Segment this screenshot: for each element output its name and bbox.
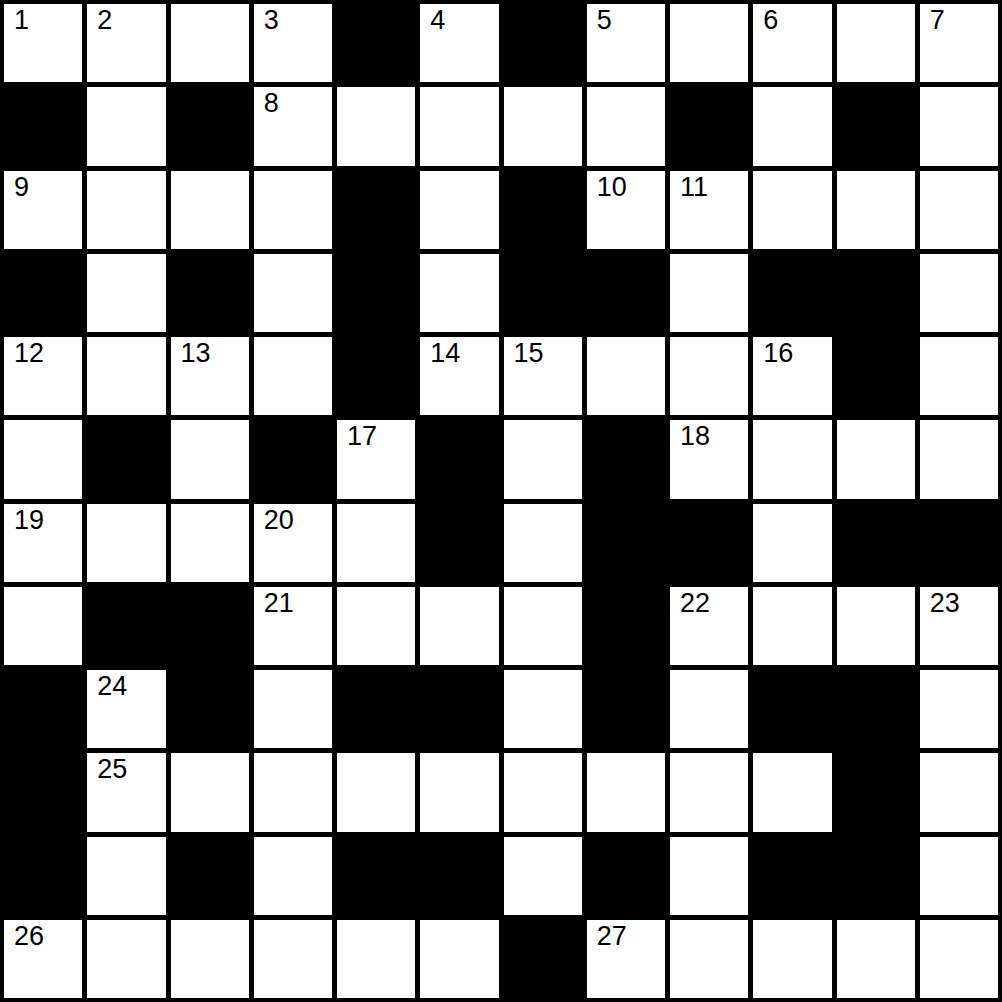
cell-r0c7[interactable]: 5 <box>587 4 665 82</box>
clue-number-13: 13 <box>181 339 211 367</box>
blocked-cell <box>337 171 415 249</box>
clue-number-8: 8 <box>264 89 279 117</box>
cell-r7c0[interactable] <box>4 587 82 665</box>
cell-r7c10[interactable] <box>837 587 915 665</box>
clue-number-9: 9 <box>14 173 29 201</box>
clue-number-26: 26 <box>14 922 44 950</box>
clue-number-27: 27 <box>597 922 627 950</box>
cell-r11c11[interactable] <box>920 920 998 998</box>
blocked-cell <box>837 337 915 415</box>
cell-r8c11[interactable] <box>920 670 998 748</box>
cell-r9c6[interactable] <box>504 753 582 831</box>
clue-number-20: 20 <box>264 506 294 534</box>
clue-number-16: 16 <box>763 339 793 367</box>
blocked-cell <box>837 254 915 332</box>
cell-r0c0[interactable]: 1 <box>4 4 82 82</box>
cell-r1c1[interactable] <box>87 87 165 165</box>
clue-number-2: 2 <box>97 6 112 34</box>
blocked-cell <box>4 670 82 748</box>
cell-r6c3[interactable]: 20 <box>254 504 332 582</box>
cell-r5c6[interactable] <box>504 420 582 498</box>
cell-r1c9[interactable] <box>753 87 831 165</box>
clue-number-11: 11 <box>680 173 708 201</box>
blocked-cell <box>87 587 165 665</box>
cell-r11c8[interactable] <box>670 920 748 998</box>
cell-r10c11[interactable] <box>920 837 998 915</box>
cell-r11c10[interactable] <box>837 920 915 998</box>
blocked-cell <box>337 254 415 332</box>
cell-r9c9[interactable] <box>753 753 831 831</box>
cell-r10c3[interactable] <box>254 837 332 915</box>
cell-r2c10[interactable] <box>837 171 915 249</box>
cell-r4c8[interactable] <box>670 337 748 415</box>
cell-r1c7[interactable] <box>587 87 665 165</box>
blocked-cell <box>254 420 332 498</box>
blocked-cell <box>420 420 498 498</box>
blocked-cell <box>753 254 831 332</box>
blocked-cell <box>337 337 415 415</box>
blocked-cell <box>171 254 249 332</box>
cell-r2c7[interactable]: 10 <box>587 171 665 249</box>
cell-r11c1[interactable] <box>87 920 165 998</box>
cell-r2c2[interactable] <box>171 171 249 249</box>
cell-r0c1[interactable]: 2 <box>87 4 165 82</box>
blocked-cell <box>420 837 498 915</box>
blocked-cell <box>171 837 249 915</box>
clue-number-3: 3 <box>264 6 279 34</box>
cell-r1c4[interactable] <box>337 87 415 165</box>
blocked-cell <box>337 670 415 748</box>
cell-r0c10[interactable] <box>837 4 915 82</box>
cell-r4c3[interactable] <box>254 337 332 415</box>
blocked-cell <box>504 171 582 249</box>
cell-r0c5[interactable]: 4 <box>420 4 498 82</box>
cell-r2c8[interactable]: 11 <box>670 171 748 249</box>
blocked-cell <box>337 837 415 915</box>
cell-r2c9[interactable] <box>753 171 831 249</box>
cell-r9c5[interactable] <box>420 753 498 831</box>
cell-r0c9[interactable]: 6 <box>753 4 831 82</box>
blocked-cell <box>587 254 665 332</box>
blocked-cell <box>4 753 82 831</box>
clue-number-12: 12 <box>14 339 44 367</box>
cell-r11c2[interactable] <box>171 920 249 998</box>
cell-r7c6[interactable] <box>504 587 582 665</box>
cell-r10c6[interactable] <box>504 837 582 915</box>
blocked-cell <box>587 670 665 748</box>
cell-r3c1[interactable] <box>87 254 165 332</box>
clue-number-5: 5 <box>597 6 612 34</box>
blocked-cell <box>670 504 748 582</box>
cell-r9c4[interactable] <box>337 753 415 831</box>
cell-r11c7[interactable]: 27 <box>587 920 665 998</box>
cell-r1c3[interactable]: 8 <box>254 87 332 165</box>
cell-r6c6[interactable] <box>504 504 582 582</box>
cell-r8c3[interactable] <box>254 670 332 748</box>
cell-r6c2[interactable] <box>171 504 249 582</box>
cell-r4c6[interactable]: 15 <box>504 337 582 415</box>
cell-r4c7[interactable] <box>587 337 665 415</box>
cell-r5c10[interactable] <box>837 420 915 498</box>
cell-r6c0[interactable]: 19 <box>4 504 82 582</box>
blocked-cell <box>420 670 498 748</box>
cell-r3c3[interactable] <box>254 254 332 332</box>
cell-r0c2[interactable] <box>171 4 249 82</box>
cell-r4c5[interactable]: 14 <box>420 337 498 415</box>
blocked-cell <box>920 504 998 582</box>
blocked-cell <box>837 670 915 748</box>
cell-r11c9[interactable] <box>753 920 831 998</box>
clue-number-4: 4 <box>430 6 445 34</box>
clue-number-21: 21 <box>264 589 294 617</box>
blocked-cell <box>4 87 82 165</box>
cell-r7c9[interactable] <box>753 587 831 665</box>
cell-r7c5[interactable] <box>420 587 498 665</box>
blocked-cell <box>837 753 915 831</box>
cell-r5c0[interactable] <box>4 420 82 498</box>
cell-r1c11[interactable] <box>920 87 998 165</box>
cell-r6c4[interactable] <box>337 504 415 582</box>
clue-number-19: 19 <box>14 506 44 534</box>
clue-number-18: 18 <box>680 422 710 450</box>
cell-r5c4[interactable]: 17 <box>337 420 415 498</box>
blocked-cell <box>171 87 249 165</box>
cell-r5c11[interactable] <box>920 420 998 498</box>
cell-r0c3[interactable]: 3 <box>254 4 332 82</box>
clue-number-22: 22 <box>680 589 710 617</box>
cell-r8c8[interactable] <box>670 670 748 748</box>
cell-r9c11[interactable] <box>920 753 998 831</box>
cell-r4c1[interactable] <box>87 337 165 415</box>
blocked-cell <box>670 87 748 165</box>
cell-r0c11[interactable]: 7 <box>920 4 998 82</box>
blocked-cell <box>753 837 831 915</box>
clue-number-15: 15 <box>514 339 544 367</box>
blocked-cell <box>753 670 831 748</box>
cell-r11c0[interactable]: 26 <box>4 920 82 998</box>
cell-r4c2[interactable]: 13 <box>171 337 249 415</box>
cell-r5c2[interactable] <box>171 420 249 498</box>
cell-r8c6[interactable] <box>504 670 582 748</box>
blocked-cell <box>337 4 415 82</box>
blocked-cell <box>587 420 665 498</box>
cell-r9c3[interactable] <box>254 753 332 831</box>
blocked-cell <box>504 920 582 998</box>
blocked-cell <box>4 837 82 915</box>
cell-r9c8[interactable] <box>670 753 748 831</box>
clue-number-25: 25 <box>97 755 127 783</box>
cell-r7c3[interactable]: 21 <box>254 587 332 665</box>
cell-r2c11[interactable] <box>920 171 998 249</box>
cell-r7c4[interactable] <box>337 587 415 665</box>
blocked-cell <box>587 837 665 915</box>
cell-r7c8[interactable]: 22 <box>670 587 748 665</box>
blocked-cell <box>171 587 249 665</box>
cell-r3c11[interactable] <box>920 254 998 332</box>
cell-r7c11[interactable]: 23 <box>920 587 998 665</box>
blocked-cell <box>837 837 915 915</box>
cell-r8c1[interactable]: 24 <box>87 670 165 748</box>
cell-r2c0[interactable]: 9 <box>4 171 82 249</box>
cell-r6c9[interactable] <box>753 504 831 582</box>
cell-r2c5[interactable] <box>420 171 498 249</box>
cell-r11c4[interactable] <box>337 920 415 998</box>
cell-r2c1[interactable] <box>87 171 165 249</box>
crossword-grid: 1234567891011121314151617181920212223242… <box>0 0 1002 1002</box>
clue-number-7: 7 <box>930 6 945 34</box>
cell-r1c6[interactable] <box>504 87 582 165</box>
blocked-cell <box>504 4 582 82</box>
blocked-cell <box>171 670 249 748</box>
cell-r5c8[interactable]: 18 <box>670 420 748 498</box>
cell-r4c0[interactable]: 12 <box>4 337 82 415</box>
cell-r4c9[interactable]: 16 <box>753 337 831 415</box>
cell-r10c8[interactable] <box>670 837 748 915</box>
cell-r11c5[interactable] <box>420 920 498 998</box>
cell-r11c3[interactable] <box>254 920 332 998</box>
cell-r0c8[interactable] <box>670 4 748 82</box>
cell-r6c1[interactable] <box>87 504 165 582</box>
clue-number-24: 24 <box>97 672 127 700</box>
cell-r5c9[interactable] <box>753 420 831 498</box>
cell-r1c5[interactable] <box>420 87 498 165</box>
blocked-cell <box>587 587 665 665</box>
clue-number-14: 14 <box>430 339 460 367</box>
cell-r4c11[interactable] <box>920 337 998 415</box>
clue-number-23: 23 <box>930 589 960 617</box>
cell-r9c7[interactable] <box>587 753 665 831</box>
blocked-cell <box>87 420 165 498</box>
clue-number-6: 6 <box>763 6 778 34</box>
blocked-cell <box>4 254 82 332</box>
blocked-cell <box>587 504 665 582</box>
cell-r9c2[interactable] <box>171 753 249 831</box>
cell-r2c3[interactable] <box>254 171 332 249</box>
clue-number-10: 10 <box>597 173 627 201</box>
clue-number-17: 17 <box>347 422 377 450</box>
cell-r10c1[interactable] <box>87 837 165 915</box>
blocked-cell <box>504 254 582 332</box>
clue-number-1: 1 <box>14 6 29 34</box>
cell-r3c8[interactable] <box>670 254 748 332</box>
blocked-cell <box>420 504 498 582</box>
blocked-cell <box>837 87 915 165</box>
cell-r9c1[interactable]: 25 <box>87 753 165 831</box>
blocked-cell <box>837 504 915 582</box>
cell-r3c5[interactable] <box>420 254 498 332</box>
